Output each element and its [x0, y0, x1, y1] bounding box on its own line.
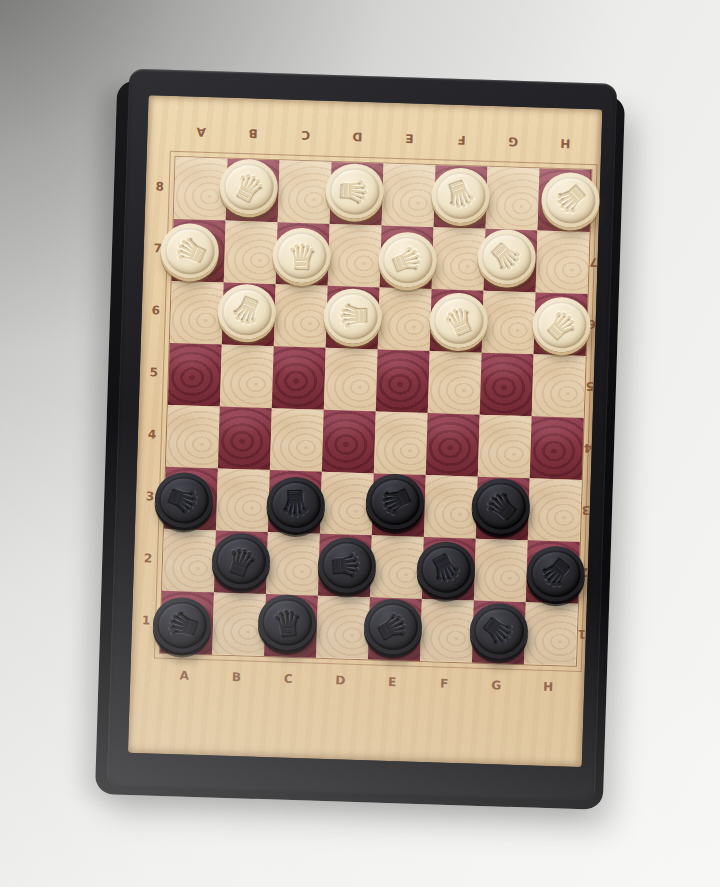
crown-icon: ♛	[266, 476, 326, 533]
crown-icon: ♛	[459, 591, 538, 671]
file-label-bottom-h: H	[522, 675, 575, 699]
file-label-top-d: D	[331, 125, 384, 149]
rank-label-left-4: 4	[140, 403, 164, 466]
file-labels-bottom: ABCDEFGH	[158, 664, 574, 699]
file-label-top-f: F	[435, 128, 488, 152]
crown-icon: ♛	[205, 525, 278, 596]
crown-icon: ♛	[255, 592, 319, 653]
piece-white-b6[interactable]: ♛	[217, 283, 277, 340]
piece-black-d2[interactable]: ♛	[317, 537, 377, 594]
crown-icon: ♛	[355, 588, 431, 665]
file-label-bottom-d: D	[314, 669, 367, 693]
crown-icon: ♛	[407, 531, 484, 606]
piece-black-a3[interactable]: ♛	[154, 472, 214, 529]
piece-black-e3[interactable]: ♛	[365, 473, 425, 530]
file-label-bottom-e: E	[366, 670, 419, 694]
piece-white-d8[interactable]: ♛	[325, 163, 385, 220]
rank-label-left-6: 6	[144, 279, 168, 342]
file-label-top-b: B	[227, 122, 280, 146]
file-label-top-c: C	[279, 123, 332, 147]
crown-icon: ♛	[424, 160, 497, 231]
file-label-bottom-f: F	[418, 672, 471, 696]
piece-white-h6[interactable]: ♛	[532, 296, 592, 353]
board: ABCDEFGH 87654321 87654321 ABCDEFGH ♛♛♛♛…	[128, 95, 602, 767]
crown-icon: ♛	[371, 223, 443, 297]
photo-scene: ABCDEFGH 87654321 87654321 ABCDEFGH ♛♛♛♛…	[0, 0, 720, 887]
piece-black-a1[interactable]: ♛	[152, 597, 212, 654]
file-label-bottom-a: A	[158, 664, 211, 688]
piece-white-d6[interactable]: ♛	[323, 288, 383, 345]
file-label-bottom-b: B	[210, 665, 263, 689]
crown-icon: ♛	[358, 464, 432, 540]
piece-black-c1[interactable]: ♛	[257, 594, 317, 651]
pieces-layer: ♛♛♛♛♛♛♛♛♛♛♛♛♛♛♛♛♛♛♛♛♛♛♛♛	[159, 156, 590, 665]
file-label-top-a: A	[175, 120, 228, 144]
piece-black-e1[interactable]: ♛	[363, 598, 423, 655]
file-label-top-g: G	[487, 130, 540, 154]
crown-icon: ♛	[272, 227, 332, 284]
file-label-bottom-c: C	[262, 667, 315, 691]
rank-label-left-5: 5	[142, 341, 166, 404]
piece-white-g7[interactable]: ♛	[477, 229, 537, 286]
piece-white-f6[interactable]: ♛	[429, 292, 489, 349]
piece-black-h2[interactable]: ♛	[526, 545, 586, 602]
crown-icon: ♛	[421, 284, 496, 357]
piece-black-f2[interactable]: ♛	[416, 541, 476, 598]
crown-icon: ♛	[317, 534, 376, 596]
rank-label-left-8: 8	[148, 155, 172, 218]
piece-black-c3[interactable]: ♛	[266, 476, 326, 533]
crown-icon: ♛	[467, 217, 547, 297]
crown-icon: ♛	[325, 287, 380, 345]
crown-icon: ♛	[325, 160, 384, 222]
piece-black-g3[interactable]: ♛	[471, 477, 531, 534]
piece-black-g1[interactable]: ♛	[469, 603, 529, 660]
file-label-top-e: E	[383, 127, 436, 151]
crown-icon: ♛	[209, 275, 284, 348]
piece-white-c7[interactable]: ♛	[272, 227, 332, 284]
piece-white-h8[interactable]: ♛	[541, 172, 601, 229]
crown-icon: ♛	[210, 149, 287, 224]
crown-icon: ♛	[461, 466, 541, 546]
file-label-top-h: H	[539, 131, 592, 155]
magnetic-case: ABCDEFGH 87654321 87654321 ABCDEFGH ♛♛♛♛…	[107, 69, 617, 804]
piece-white-a7[interactable]: ♛	[160, 223, 220, 280]
piece-black-b2[interactable]: ♛	[211, 532, 271, 589]
rank-label-left-2: 2	[136, 527, 160, 590]
piece-white-b8[interactable]: ♛	[219, 158, 279, 215]
piece-white-f8[interactable]: ♛	[431, 167, 491, 224]
piece-white-e7[interactable]: ♛	[378, 231, 438, 288]
file-label-bottom-g: G	[470, 674, 523, 698]
